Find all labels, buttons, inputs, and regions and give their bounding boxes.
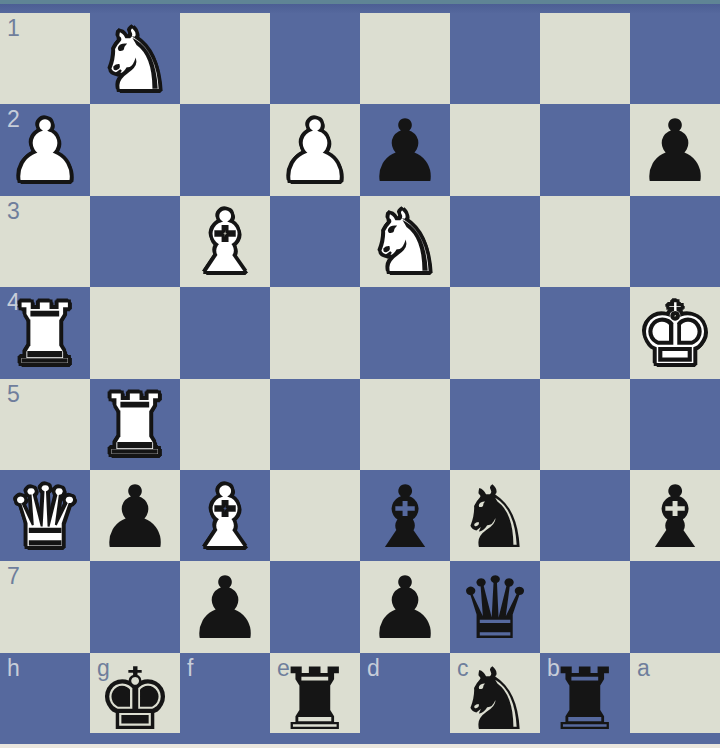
bottom-edge-strip bbox=[0, 744, 720, 748]
white-rook: ♜ bbox=[90, 379, 180, 470]
square-f1[interactable] bbox=[180, 13, 270, 104]
square-h6[interactable]: ♛ bbox=[0, 470, 90, 561]
file-label-h: h bbox=[7, 655, 20, 681]
black-bishop: ♝ bbox=[630, 470, 720, 561]
square-d6[interactable]: ♝ bbox=[360, 470, 450, 561]
square-a7[interactable] bbox=[630, 561, 720, 652]
square-b2[interactable] bbox=[540, 104, 630, 195]
square-d5[interactable] bbox=[360, 379, 450, 470]
square-g6[interactable]: ♟ bbox=[90, 470, 180, 561]
square-e1[interactable] bbox=[270, 13, 360, 104]
rank-label-3: 3 bbox=[7, 198, 20, 224]
square-a8[interactable]: a bbox=[630, 653, 720, 744]
white-knight: ♞ bbox=[360, 196, 450, 287]
square-c3[interactable] bbox=[450, 196, 540, 287]
square-b8[interactable]: b♜ bbox=[540, 653, 630, 744]
square-g5[interactable]: ♜ bbox=[90, 379, 180, 470]
white-knight: ♞ bbox=[90, 13, 180, 104]
square-f2[interactable] bbox=[180, 104, 270, 195]
file-label-d: d bbox=[367, 655, 380, 681]
square-c8[interactable]: c♞ bbox=[450, 653, 540, 744]
square-b4[interactable] bbox=[540, 287, 630, 378]
square-h8[interactable]: h bbox=[0, 653, 90, 744]
black-pawn: ♟ bbox=[360, 104, 450, 195]
square-h1[interactable]: 1 bbox=[0, 13, 90, 104]
rank-label-5: 5 bbox=[7, 381, 20, 407]
white-queen: ♛ bbox=[0, 470, 90, 561]
square-e6[interactable] bbox=[270, 470, 360, 561]
square-g3[interactable] bbox=[90, 196, 180, 287]
black-rook: ♜ bbox=[540, 653, 630, 744]
rank-label-7: 7 bbox=[7, 563, 20, 589]
square-d1[interactable] bbox=[360, 13, 450, 104]
square-g4[interactable] bbox=[90, 287, 180, 378]
black-queen: ♛ bbox=[450, 561, 540, 652]
square-c5[interactable] bbox=[450, 379, 540, 470]
square-f3[interactable]: ♝ bbox=[180, 196, 270, 287]
square-b1[interactable] bbox=[540, 13, 630, 104]
black-pawn: ♟ bbox=[630, 104, 720, 195]
square-a5[interactable] bbox=[630, 379, 720, 470]
black-pawn: ♟ bbox=[180, 561, 270, 652]
square-e3[interactable] bbox=[270, 196, 360, 287]
square-e4[interactable] bbox=[270, 287, 360, 378]
square-h3[interactable]: 3 bbox=[0, 196, 90, 287]
square-c2[interactable] bbox=[450, 104, 540, 195]
rank-label-2: 2 bbox=[7, 106, 20, 132]
square-h2[interactable]: 2♟ bbox=[0, 104, 90, 195]
square-c6[interactable]: ♞ bbox=[450, 470, 540, 561]
square-c7[interactable]: ♛ bbox=[450, 561, 540, 652]
black-king: ♚ bbox=[90, 653, 180, 744]
white-bishop: ♝ bbox=[180, 470, 270, 561]
square-f7[interactable]: ♟ bbox=[180, 561, 270, 652]
square-f8[interactable]: f bbox=[180, 653, 270, 744]
file-label-e: e bbox=[277, 655, 290, 681]
black-pawn: ♟ bbox=[90, 470, 180, 561]
file-label-f: f bbox=[187, 655, 193, 681]
square-b3[interactable] bbox=[540, 196, 630, 287]
square-e5[interactable] bbox=[270, 379, 360, 470]
file-label-g: g bbox=[97, 655, 110, 681]
black-bishop: ♝ bbox=[360, 470, 450, 561]
file-label-b: b bbox=[547, 655, 560, 681]
board-top-edge bbox=[0, 4, 720, 13]
file-label-c: c bbox=[457, 655, 469, 681]
black-knight: ♞ bbox=[450, 653, 540, 744]
white-bishop: ♝ bbox=[180, 196, 270, 287]
square-d2[interactable]: ♟ bbox=[360, 104, 450, 195]
black-knight: ♞ bbox=[450, 470, 540, 561]
square-e8[interactable]: e♜ bbox=[270, 653, 360, 744]
rank-label-1: 1 bbox=[7, 15, 20, 41]
white-rook: ♜ bbox=[0, 287, 90, 378]
square-d4[interactable] bbox=[360, 287, 450, 378]
rank-label-4: 4 bbox=[7, 289, 20, 315]
square-d3[interactable]: ♞ bbox=[360, 196, 450, 287]
square-e7[interactable] bbox=[270, 561, 360, 652]
square-h7[interactable]: 7 bbox=[0, 561, 90, 652]
square-a6[interactable]: ♝ bbox=[630, 470, 720, 561]
square-e2[interactable]: ♟ bbox=[270, 104, 360, 195]
square-a3[interactable] bbox=[630, 196, 720, 287]
square-f4[interactable] bbox=[180, 287, 270, 378]
square-g8[interactable]: g♚ bbox=[90, 653, 180, 744]
square-f6[interactable]: ♝ bbox=[180, 470, 270, 561]
square-b5[interactable] bbox=[540, 379, 630, 470]
square-h4[interactable]: 4♜ bbox=[0, 287, 90, 378]
square-g7[interactable] bbox=[90, 561, 180, 652]
chess-board: 1♞2♟♟♟♟3♝♞4♜♚5♜♛♟♝♝♞♝7♟♟♛hg♚fe♜dc♞b♜a bbox=[0, 13, 720, 744]
square-d7[interactable]: ♟ bbox=[360, 561, 450, 652]
square-a4[interactable]: ♚ bbox=[630, 287, 720, 378]
black-pawn: ♟ bbox=[360, 561, 450, 652]
square-c4[interactable] bbox=[450, 287, 540, 378]
square-h5[interactable]: 5 bbox=[0, 379, 90, 470]
white-pawn: ♟ bbox=[270, 104, 360, 195]
square-d8[interactable]: d bbox=[360, 653, 450, 744]
square-b6[interactable] bbox=[540, 470, 630, 561]
black-rook: ♜ bbox=[270, 653, 360, 744]
square-a1[interactable] bbox=[630, 13, 720, 104]
square-f5[interactable] bbox=[180, 379, 270, 470]
square-a2[interactable]: ♟ bbox=[630, 104, 720, 195]
white-king: ♚ bbox=[630, 287, 720, 378]
square-g1[interactable]: ♞ bbox=[90, 13, 180, 104]
white-pawn: ♟ bbox=[0, 104, 90, 195]
square-b7[interactable] bbox=[540, 561, 630, 652]
file-label-a: a bbox=[637, 655, 650, 681]
square-g2[interactable] bbox=[90, 104, 180, 195]
square-c1[interactable] bbox=[450, 13, 540, 104]
